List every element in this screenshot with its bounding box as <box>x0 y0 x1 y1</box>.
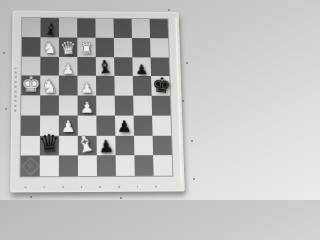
square-f3[interactable]: ♟ <box>115 115 134 135</box>
square-d2[interactable]: ♝ <box>78 135 97 155</box>
square-f6[interactable] <box>114 57 133 76</box>
square-f5[interactable] <box>114 76 133 96</box>
square-c5[interactable] <box>59 76 78 96</box>
square-d5[interactable]: ♟ <box>77 76 96 96</box>
white-pawn[interactable]: ♟ <box>62 62 75 75</box>
black-bishop[interactable]: ♝ <box>95 58 113 77</box>
square-d1[interactable] <box>78 156 97 177</box>
square-h5[interactable]: ♚ <box>151 76 170 96</box>
square-b8[interactable]: ♝ <box>40 18 58 37</box>
mat-right-edge-highlight <box>175 18 182 184</box>
square-f4[interactable] <box>115 96 134 116</box>
square-a4[interactable] <box>21 95 40 115</box>
square-f2[interactable] <box>115 135 134 155</box>
square-b6[interactable] <box>40 56 59 76</box>
bottom-border-tick-marks <box>24 186 172 189</box>
black-pawn[interactable]: ♟ <box>97 138 114 156</box>
square-f8[interactable] <box>114 19 132 38</box>
square-a8[interactable] <box>22 18 41 37</box>
white-knight[interactable]: ♞ <box>42 40 57 56</box>
square-e3[interactable] <box>96 115 115 135</box>
square-e5[interactable] <box>96 76 115 96</box>
square-e7[interactable] <box>96 38 115 57</box>
black-king[interactable]: ♚ <box>151 74 171 96</box>
square-a7[interactable] <box>22 37 41 56</box>
chess-board[interactable]: ♝♞♛♜♟♝♟♚♞♟♚♟♟♟♛♝♟✥ <box>21 18 173 177</box>
white-pawn[interactable]: ♟ <box>80 100 94 115</box>
square-g7[interactable] <box>132 38 151 57</box>
square-f1[interactable] <box>116 155 135 175</box>
black-pawn[interactable]: ♟ <box>135 63 148 76</box>
square-b5[interactable]: ♞ <box>40 76 59 96</box>
square-h8[interactable] <box>150 19 169 38</box>
square-d7[interactable]: ♜ <box>77 37 95 56</box>
corner-emblem: ✥ <box>21 157 40 175</box>
square-a1[interactable]: ✥ <box>21 156 40 177</box>
square-c6[interactable]: ♟ <box>59 56 78 76</box>
square-b7[interactable]: ♞ <box>40 37 59 56</box>
square-d6[interactable] <box>77 57 96 76</box>
square-c7[interactable]: ♛ <box>59 37 77 56</box>
square-h4[interactable] <box>152 96 171 116</box>
square-c4[interactable] <box>59 95 78 115</box>
white-knight[interactable]: ♞ <box>41 77 58 95</box>
square-a2[interactable] <box>21 135 40 155</box>
square-h1[interactable] <box>153 155 172 175</box>
square-h3[interactable] <box>152 115 171 135</box>
left-border-markings <box>14 68 17 112</box>
black-bishop[interactable]: ♝ <box>42 21 58 38</box>
square-h2[interactable] <box>153 135 172 155</box>
square-e2[interactable]: ♟ <box>97 135 116 155</box>
white-pawn[interactable]: ♟ <box>80 81 93 95</box>
white-queen[interactable]: ♛ <box>59 39 77 57</box>
square-b4[interactable] <box>40 95 59 115</box>
square-c1[interactable] <box>59 156 78 177</box>
square-e4[interactable] <box>96 96 115 116</box>
square-f7[interactable] <box>114 38 133 57</box>
square-h7[interactable] <box>150 38 169 57</box>
square-c8[interactable] <box>59 18 77 37</box>
square-g4[interactable] <box>133 96 152 116</box>
black-queen[interactable]: ♛ <box>38 131 61 156</box>
square-e6[interactable]: ♝ <box>96 57 115 76</box>
corner-emblem-glyph: ✥ <box>27 162 34 170</box>
square-g1[interactable] <box>134 155 153 175</box>
square-b1[interactable] <box>40 156 59 177</box>
square-g3[interactable] <box>134 115 153 135</box>
square-g5[interactable] <box>133 76 152 96</box>
square-e8[interactable] <box>95 19 113 38</box>
photo-of-chess-board: ♝♞♛♜♟♝♟♚♞♟♚♟♟♟♛♝♟✥ <box>0 0 200 200</box>
square-g8[interactable] <box>132 19 150 38</box>
square-d4[interactable]: ♟ <box>78 96 97 116</box>
white-king[interactable]: ♚ <box>21 74 41 95</box>
square-b2[interactable]: ♛ <box>40 135 59 155</box>
square-a5[interactable]: ♚ <box>21 76 40 96</box>
square-g6[interactable]: ♟ <box>132 57 151 76</box>
white-rook[interactable]: ♜ <box>80 42 93 56</box>
square-e1[interactable] <box>97 156 116 177</box>
black-pawn[interactable]: ♟ <box>117 119 132 135</box>
chess-board-mat: ♝♞♛♜♟♝♟♚♞♟♚♟♟♟♛♝♟✥ <box>10 10 185 192</box>
square-g2[interactable] <box>134 135 153 155</box>
square-d8[interactable] <box>77 18 95 37</box>
